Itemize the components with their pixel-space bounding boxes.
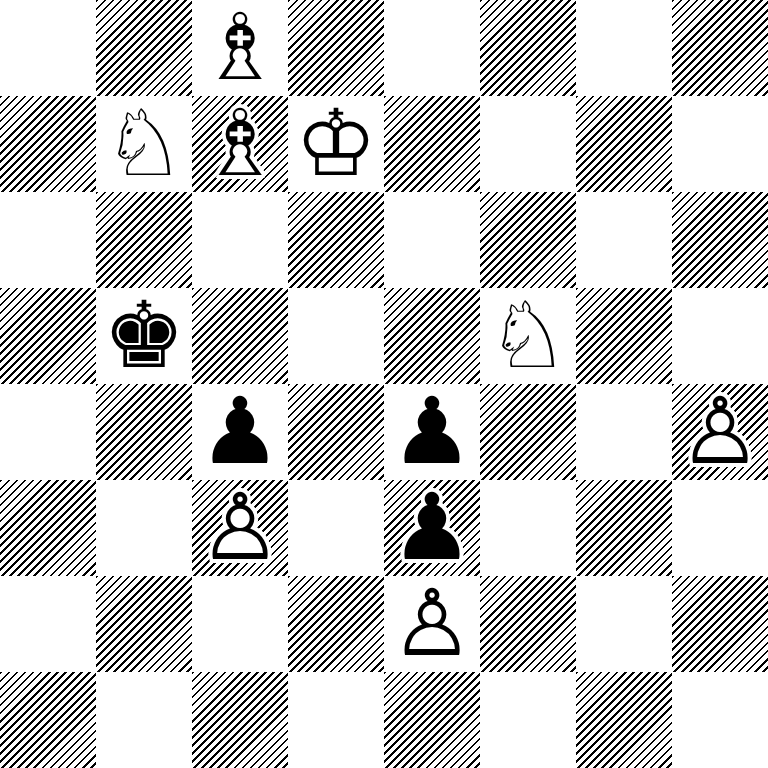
square-b1[interactable] [96, 672, 192, 768]
square-g5[interactable] [576, 288, 672, 384]
square-g1[interactable] [576, 672, 672, 768]
chess-board: ♝♗♞♘♝♗♚♔♚♞♘♟♟♟♙♟♙♟♟♙ [0, 0, 768, 768]
square-e6[interactable] [384, 192, 480, 288]
black-pawn: ♟ [384, 384, 480, 480]
square-b8[interactable] [96, 0, 192, 96]
square-c8[interactable]: ♝♗ [192, 0, 288, 96]
square-g6[interactable] [576, 192, 672, 288]
square-e3[interactable]: ♟ [384, 480, 480, 576]
square-e8[interactable] [384, 0, 480, 96]
square-c2[interactable] [192, 576, 288, 672]
square-h8[interactable] [672, 0, 768, 96]
square-h2[interactable] [672, 576, 768, 672]
square-a1[interactable] [0, 672, 96, 768]
white-pawn: ♟♙ [672, 384, 768, 480]
white-knight: ♞♘ [480, 288, 576, 384]
black-king: ♚ [96, 288, 192, 384]
square-d4[interactable] [288, 384, 384, 480]
square-d1[interactable] [288, 672, 384, 768]
square-c7[interactable]: ♝♗ [192, 96, 288, 192]
black-pawn: ♟ [192, 384, 288, 480]
square-f6[interactable] [480, 192, 576, 288]
square-a6[interactable] [0, 192, 96, 288]
square-h3[interactable] [672, 480, 768, 576]
square-a7[interactable] [0, 96, 96, 192]
square-d5[interactable] [288, 288, 384, 384]
square-f3[interactable] [480, 480, 576, 576]
square-a3[interactable] [0, 480, 96, 576]
square-d8[interactable] [288, 0, 384, 96]
square-f4[interactable] [480, 384, 576, 480]
square-f7[interactable] [480, 96, 576, 192]
square-h6[interactable] [672, 192, 768, 288]
white-bishop: ♝♗ [192, 0, 288, 96]
black-pawn: ♟ [384, 480, 480, 576]
square-b2[interactable] [96, 576, 192, 672]
square-d3[interactable] [288, 480, 384, 576]
square-d7[interactable]: ♚♔ [288, 96, 384, 192]
square-a4[interactable] [0, 384, 96, 480]
square-c5[interactable] [192, 288, 288, 384]
square-c6[interactable] [192, 192, 288, 288]
square-e1[interactable] [384, 672, 480, 768]
square-g2[interactable] [576, 576, 672, 672]
square-h5[interactable] [672, 288, 768, 384]
square-h7[interactable] [672, 96, 768, 192]
square-a8[interactable] [0, 0, 96, 96]
square-h4[interactable]: ♟♙ [672, 384, 768, 480]
square-b5[interactable]: ♚ [96, 288, 192, 384]
white-knight: ♞♘ [96, 96, 192, 192]
square-h1[interactable] [672, 672, 768, 768]
square-b7[interactable]: ♞♘ [96, 96, 192, 192]
square-g3[interactable] [576, 480, 672, 576]
square-e4[interactable]: ♟ [384, 384, 480, 480]
square-b4[interactable] [96, 384, 192, 480]
square-f2[interactable] [480, 576, 576, 672]
square-a5[interactable] [0, 288, 96, 384]
square-f8[interactable] [480, 0, 576, 96]
square-e7[interactable] [384, 96, 480, 192]
square-c3[interactable]: ♟♙ [192, 480, 288, 576]
square-g8[interactable] [576, 0, 672, 96]
white-bishop: ♝♗ [192, 96, 288, 192]
white-pawn: ♟♙ [384, 576, 480, 672]
square-c4[interactable]: ♟ [192, 384, 288, 480]
square-b3[interactable] [96, 480, 192, 576]
square-e5[interactable] [384, 288, 480, 384]
white-pawn: ♟♙ [192, 480, 288, 576]
square-d2[interactable] [288, 576, 384, 672]
white-king: ♚♔ [288, 96, 384, 192]
square-g4[interactable] [576, 384, 672, 480]
square-c1[interactable] [192, 672, 288, 768]
square-f1[interactable] [480, 672, 576, 768]
square-d6[interactable] [288, 192, 384, 288]
square-f5[interactable]: ♞♘ [480, 288, 576, 384]
square-e2[interactable]: ♟♙ [384, 576, 480, 672]
square-g7[interactable] [576, 96, 672, 192]
square-b6[interactable] [96, 192, 192, 288]
square-a2[interactable] [0, 576, 96, 672]
chess-diagram: ♝♗♞♘♝♗♚♔♚♞♘♟♟♟♙♟♙♟♟♙ [0, 0, 768, 768]
